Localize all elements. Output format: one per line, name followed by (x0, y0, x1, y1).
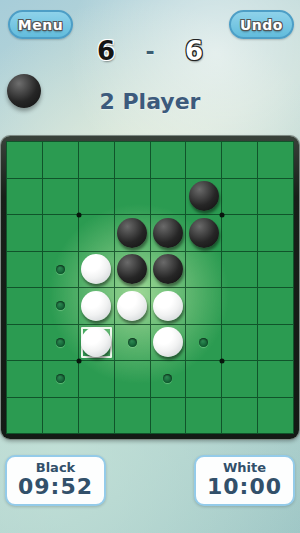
board-cell-e3[interactable] (151, 215, 187, 252)
board-cell-h4[interactable] (258, 252, 294, 289)
board-cell-e4[interactable] (151, 252, 187, 289)
board-cell-c5[interactable] (79, 288, 115, 325)
board-cell-a1[interactable] (7, 142, 43, 179)
board-cell-d1[interactable] (115, 142, 151, 179)
black-disc (189, 218, 219, 248)
board-cell-d6[interactable] (115, 325, 151, 362)
board-cell-f4[interactable] (186, 252, 222, 289)
board-cell-b7[interactable] (43, 361, 79, 398)
board-cell-a7[interactable] (7, 361, 43, 398)
board-cell-d2[interactable] (115, 179, 151, 216)
board-cell-g5[interactable] (222, 288, 258, 325)
board-cell-b2[interactable] (43, 179, 79, 216)
game-mode-label: 2 Player (0, 89, 300, 114)
board-cell-g3[interactable] (222, 215, 258, 252)
star-point (76, 359, 81, 364)
board-cell-c3[interactable] (79, 215, 115, 252)
legal-move-dot[interactable] (163, 374, 172, 383)
board-cell-c7[interactable] (79, 361, 115, 398)
board-cell-c8[interactable] (79, 398, 115, 435)
board-cell-e8[interactable] (151, 398, 187, 435)
legal-move-dot[interactable] (199, 338, 208, 347)
board-cell-e2[interactable] (151, 179, 187, 216)
board-cell-d4[interactable] (115, 252, 151, 289)
black-score: 6 (84, 36, 128, 66)
board-cell-f1[interactable] (186, 142, 222, 179)
board-cell-g2[interactable] (222, 179, 258, 216)
score-display: 6 - 6 (0, 36, 300, 66)
board-cell-b5[interactable] (43, 288, 79, 325)
board-cell-h5[interactable] (258, 288, 294, 325)
board-cell-g7[interactable] (222, 361, 258, 398)
board-cell-e6[interactable] (151, 325, 187, 362)
legal-move-dot[interactable] (56, 301, 65, 310)
black-clock-label: Black (7, 461, 104, 475)
board-cell-c6[interactable] (79, 325, 115, 362)
white-score: 6 (172, 36, 216, 66)
black-clock-time: 09:52 (7, 475, 104, 499)
black-clock: Black 09:52 (5, 455, 106, 506)
board-cell-f7[interactable] (186, 361, 222, 398)
star-point (76, 213, 81, 218)
board-cell-b6[interactable] (43, 325, 79, 362)
board (1, 136, 299, 439)
board-cell-a5[interactable] (7, 288, 43, 325)
board-cell-d8[interactable] (115, 398, 151, 435)
othello-app: Menu Undo 6 - 6 2 Player Black 09:52 Whi… (0, 0, 300, 533)
legal-move-dot[interactable] (128, 338, 137, 347)
board-cell-h7[interactable] (258, 361, 294, 398)
board-cell-f2[interactable] (186, 179, 222, 216)
black-disc (117, 218, 147, 248)
board-cell-g8[interactable] (222, 398, 258, 435)
menu-button[interactable]: Menu (8, 10, 73, 39)
board-cell-f5[interactable] (186, 288, 222, 325)
board-cell-a2[interactable] (7, 179, 43, 216)
black-disc (117, 254, 147, 284)
board-cell-g1[interactable] (222, 142, 258, 179)
white-clock-time: 10:00 (196, 475, 293, 499)
board-cell-c1[interactable] (79, 142, 115, 179)
white-disc (153, 327, 183, 357)
star-point (220, 213, 225, 218)
white-disc (117, 291, 147, 321)
board-cell-b4[interactable] (43, 252, 79, 289)
white-disc (81, 327, 111, 357)
board-cell-f8[interactable] (186, 398, 222, 435)
white-clock-label: White (196, 461, 293, 475)
white-disc (153, 291, 183, 321)
board-cell-d7[interactable] (115, 361, 151, 398)
board-cell-b8[interactable] (43, 398, 79, 435)
board-cell-a8[interactable] (7, 398, 43, 435)
black-disc (189, 181, 219, 211)
black-disc (153, 254, 183, 284)
board-cell-a6[interactable] (7, 325, 43, 362)
legal-move-dot[interactable] (56, 338, 65, 347)
board-cell-f3[interactable] (186, 215, 222, 252)
board-cell-d3[interactable] (115, 215, 151, 252)
board-cell-d5[interactable] (115, 288, 151, 325)
board-cell-f6[interactable] (186, 325, 222, 362)
board-cell-e7[interactable] (151, 361, 187, 398)
white-disc (81, 254, 111, 284)
board-cell-a4[interactable] (7, 252, 43, 289)
board-grid (7, 142, 294, 434)
board-cell-h8[interactable] (258, 398, 294, 435)
board-cell-h1[interactable] (258, 142, 294, 179)
board-cell-b3[interactable] (43, 215, 79, 252)
board-cell-h3[interactable] (258, 215, 294, 252)
board-cell-e1[interactable] (151, 142, 187, 179)
board-cell-e5[interactable] (151, 288, 187, 325)
black-disc (153, 218, 183, 248)
legal-move-dot[interactable] (56, 265, 65, 274)
board-cell-h2[interactable] (258, 179, 294, 216)
score-separator: - (128, 39, 172, 64)
legal-move-dot[interactable] (56, 374, 65, 383)
board-cell-g4[interactable] (222, 252, 258, 289)
board-surface (6, 141, 294, 434)
board-cell-b1[interactable] (43, 142, 79, 179)
white-clock: White 10:00 (194, 455, 295, 506)
white-disc (81, 291, 111, 321)
board-cell-c4[interactable] (79, 252, 115, 289)
board-cell-g6[interactable] (222, 325, 258, 362)
board-cell-h6[interactable] (258, 325, 294, 362)
board-cell-a3[interactable] (7, 215, 43, 252)
undo-button[interactable]: Undo (229, 10, 294, 39)
board-cell-c2[interactable] (79, 179, 115, 216)
star-point (220, 359, 225, 364)
